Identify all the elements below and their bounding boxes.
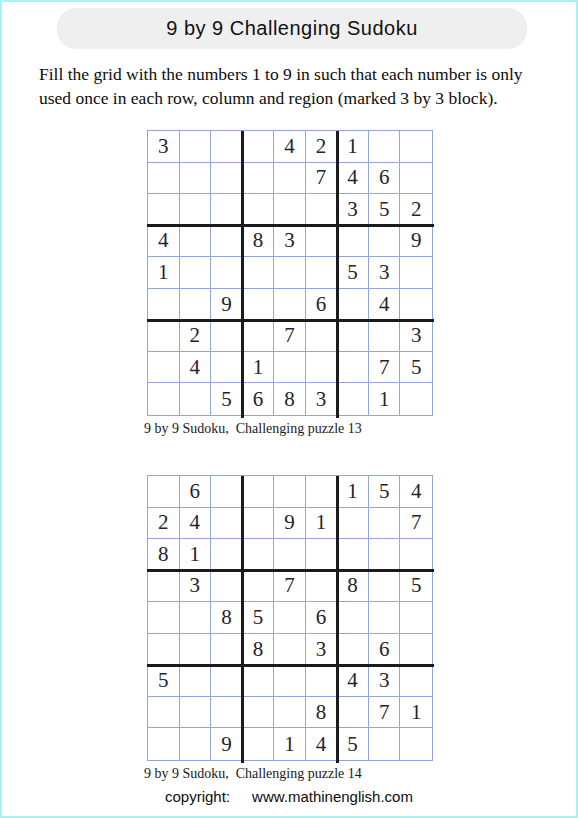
sudoku-cell-r3c6[interactable]: [306, 539, 338, 571]
sudoku-cell-r1c7: 1: [337, 131, 369, 163]
sudoku-cell-r7c1[interactable]: [148, 320, 180, 352]
sudoku-cell-r8c7[interactable]: [337, 697, 369, 729]
sudoku-cell-r8c9: 5: [400, 352, 432, 384]
sudoku-cell-r4c4: 8: [243, 226, 275, 258]
sudoku-cell-r3c8: 5: [369, 194, 401, 226]
box-divider-vertical-2: [336, 476, 340, 763]
sudoku-cell-r8c1[interactable]: [148, 697, 180, 729]
sudoku-cell-r4c5: 7: [274, 571, 306, 603]
sudoku-cell-r9c8[interactable]: [369, 728, 401, 760]
sudoku-cell-r6c2[interactable]: [180, 289, 212, 321]
sudoku-cell-r2c1[interactable]: [148, 163, 180, 195]
box-divider-horizontal-2: [147, 664, 434, 668]
sudoku-cell-r4c6[interactable]: [306, 226, 338, 258]
sudoku-cell-r8c4[interactable]: [243, 697, 275, 729]
sudoku-cell-r4c2[interactable]: [180, 226, 212, 258]
sudoku-cell-r1c1[interactable]: [148, 476, 180, 508]
sudoku-cell-r3c1: 8: [148, 539, 180, 571]
copyright-label: copyright:: [165, 788, 230, 805]
box-divider-horizontal-2: [147, 319, 434, 323]
sudoku-cell-r3c4[interactable]: [243, 194, 275, 226]
box-divider-vertical-1: [241, 131, 245, 418]
sudoku-cell-r1c5[interactable]: [274, 476, 306, 508]
sudoku-cell-r1c3[interactable]: [211, 476, 243, 508]
sudoku-cell-r5c8[interactable]: [369, 602, 401, 634]
sudoku-cell-r8c1[interactable]: [148, 352, 180, 384]
sudoku-cell-r8c9: 1: [400, 697, 432, 729]
sudoku-cell-r6c6: 3: [306, 634, 338, 666]
sudoku-cell-r2c9[interactable]: [400, 163, 432, 195]
sudoku-cell-r5c6[interactable]: [306, 257, 338, 289]
sudoku-cell-r5c4: 5: [243, 602, 275, 634]
sudoku-cell-r5c1[interactable]: [148, 602, 180, 634]
sudoku-cell-r2c4[interactable]: [243, 163, 275, 195]
puzzle-13: 34217463524839153964273417556831 9 by 9 …: [147, 130, 433, 416]
instructions-line2: used once in each row, column and region…: [39, 87, 563, 111]
sudoku-cell-r6c6: 6: [306, 289, 338, 321]
sudoku-cell-r7c7[interactable]: [337, 320, 369, 352]
sudoku-cell-r5c1: 1: [148, 257, 180, 289]
sudoku-cell-r1c1: 3: [148, 131, 180, 163]
sudoku-cell-r3c1[interactable]: [148, 194, 180, 226]
box-divider-horizontal-1: [147, 569, 434, 573]
sudoku-cell-r4c6[interactable]: [306, 571, 338, 603]
sudoku-cell-r4c3[interactable]: [211, 571, 243, 603]
sudoku-cell-r1c4[interactable]: [243, 131, 275, 163]
sudoku-cell-r6c7[interactable]: [337, 634, 369, 666]
sudoku-cell-r2c1: 2: [148, 508, 180, 540]
sudoku-cell-r8c8: 7: [369, 697, 401, 729]
sudoku-cell-r8c7[interactable]: [337, 352, 369, 384]
sudoku-cell-r6c3: 9: [211, 289, 243, 321]
sudoku-cell-r7c2: 2: [180, 320, 212, 352]
sudoku-cell-r6c4[interactable]: [243, 289, 275, 321]
sudoku-cell-r6c2[interactable]: [180, 634, 212, 666]
sudoku-cell-r1c8[interactable]: [369, 131, 401, 163]
sudoku-cell-r7c6[interactable]: [306, 320, 338, 352]
page-title-text: 9 by 9 Challenging Sudoku: [166, 17, 418, 40]
sudoku-cell-r3c4[interactable]: [243, 539, 275, 571]
sudoku-cell-r2c7[interactable]: [337, 508, 369, 540]
sudoku-cell-r3c7[interactable]: [337, 539, 369, 571]
sudoku-cell-r9c9[interactable]: [400, 728, 432, 760]
sudoku-cell-r9c2[interactable]: [180, 383, 212, 415]
sudoku-cell-r9c3: 5: [211, 383, 243, 415]
sudoku-cell-r9c4[interactable]: [243, 728, 275, 760]
sudoku-cell-r7c9: 3: [400, 320, 432, 352]
sudoku-cell-r5c2[interactable]: [180, 257, 212, 289]
footer: copyright:www.mathinenglish.com: [2, 788, 576, 805]
sudoku-cell-r3c3[interactable]: [211, 539, 243, 571]
sudoku-cell-r3c2[interactable]: [180, 194, 212, 226]
sudoku-cell-r4c9: 5: [400, 571, 432, 603]
sudoku-cell-r8c3[interactable]: [211, 352, 243, 384]
sudoku-cell-r6c5[interactable]: [274, 634, 306, 666]
sudoku-cell-r8c3[interactable]: [211, 697, 243, 729]
sudoku-cell-r2c3[interactable]: [211, 163, 243, 195]
sudoku-cell-r3c3[interactable]: [211, 194, 243, 226]
sudoku-cell-r4c7: 8: [337, 571, 369, 603]
sudoku-cell-r3c6[interactable]: [306, 194, 338, 226]
sudoku-cell-r9c4: 6: [243, 383, 275, 415]
sudoku-cell-r1c5: 4: [274, 131, 306, 163]
sudoku-cell-r2c2: 4: [180, 508, 212, 540]
sudoku-cell-r5c4[interactable]: [243, 257, 275, 289]
puzzle-13-caption: 9 by 9 Sudoku, Challenging puzzle 13: [144, 421, 362, 437]
sudoku-cell-r2c6: 1: [306, 508, 338, 540]
sudoku-cell-r5c5[interactable]: [274, 602, 306, 634]
sudoku-cell-r2c8[interactable]: [369, 508, 401, 540]
sudoku-cell-r6c9[interactable]: [400, 634, 432, 666]
sudoku-cell-r4c8[interactable]: [369, 571, 401, 603]
sudoku-cell-r5c6: 6: [306, 602, 338, 634]
sudoku-cell-r6c9[interactable]: [400, 289, 432, 321]
sudoku-cell-r3c9: 2: [400, 194, 432, 226]
sudoku-cell-r5c8: 3: [369, 257, 401, 289]
sudoku-cell-r4c5: 3: [274, 226, 306, 258]
sudoku-cell-r9c1[interactable]: [148, 383, 180, 415]
sudoku-cell-r9c3: 9: [211, 728, 243, 760]
sudoku-cell-r7c4[interactable]: [243, 320, 275, 352]
sudoku-cell-r3c2: 1: [180, 539, 212, 571]
sudoku-cell-r6c5[interactable]: [274, 289, 306, 321]
sudoku-cell-r5c7: 5: [337, 257, 369, 289]
box-divider-horizontal-1: [147, 224, 434, 228]
sudoku-cell-r4c7[interactable]: [337, 226, 369, 258]
sudoku-cell-r7c6[interactable]: [306, 665, 338, 697]
sudoku-grid-puzzle-14: 6154249178137858568365438719145: [147, 475, 433, 761]
sudoku-cell-r9c6: 4: [306, 728, 338, 760]
sudoku-cell-r1c4[interactable]: [243, 476, 275, 508]
sudoku-cell-r9c5: 1: [274, 728, 306, 760]
sudoku-cell-r2c2[interactable]: [180, 163, 212, 195]
sudoku-cell-r1c8: 5: [369, 476, 401, 508]
sudoku-cell-r7c8: 3: [369, 665, 401, 697]
sudoku-cell-r2c6: 7: [306, 163, 338, 195]
instructions-line1: Fill the grid with the numbers 1 to 9 in…: [39, 63, 563, 87]
sudoku-cell-r8c4: 1: [243, 352, 275, 384]
sudoku-cell-r9c5: 8: [274, 383, 306, 415]
sudoku-cell-r4c4[interactable]: [243, 571, 275, 603]
sudoku-cell-r2c9: 7: [400, 508, 432, 540]
sudoku-cell-r7c1: 5: [148, 665, 180, 697]
puzzle-14: 6154249178137858568365438719145 9 by 9 S…: [147, 475, 433, 761]
sudoku-cell-r8c6: 8: [306, 697, 338, 729]
sudoku-cell-r5c2[interactable]: [180, 602, 212, 634]
sudoku-cell-r8c6[interactable]: [306, 352, 338, 384]
sudoku-cell-r2c8: 6: [369, 163, 401, 195]
sudoku-cell-r9c6: 3: [306, 383, 338, 415]
sudoku-cell-r9c1[interactable]: [148, 728, 180, 760]
sudoku-cell-r3c8[interactable]: [369, 539, 401, 571]
sudoku-cell-r1c3[interactable]: [211, 131, 243, 163]
sudoku-cell-r1c7: 1: [337, 476, 369, 508]
sudoku-cell-r7c9[interactable]: [400, 665, 432, 697]
sudoku-cell-r9c8: 1: [369, 383, 401, 415]
sudoku-cell-r7c8[interactable]: [369, 320, 401, 352]
sudoku-cell-r5c7[interactable]: [337, 602, 369, 634]
sudoku-cell-r7c7: 4: [337, 665, 369, 697]
sudoku-cell-r8c5[interactable]: [274, 352, 306, 384]
sudoku-cell-r2c4[interactable]: [243, 508, 275, 540]
sudoku-cell-r7c3[interactable]: [211, 665, 243, 697]
sudoku-cell-r7c4[interactable]: [243, 665, 275, 697]
sudoku-cell-r2c7: 4: [337, 163, 369, 195]
sudoku-cell-r8c2[interactable]: [180, 697, 212, 729]
sudoku-cell-r3c5[interactable]: [274, 194, 306, 226]
sudoku-cell-r6c7[interactable]: [337, 289, 369, 321]
sudoku-cell-r1c6[interactable]: [306, 476, 338, 508]
sudoku-cell-r3c7: 3: [337, 194, 369, 226]
sudoku-cell-r7c5: 7: [274, 320, 306, 352]
sudoku-cell-r5c9[interactable]: [400, 602, 432, 634]
sudoku-cell-r4c1: 4: [148, 226, 180, 258]
sudoku-cell-r9c7: 5: [337, 728, 369, 760]
puzzle-14-caption: 9 by 9 Sudoku, Challenging puzzle 14: [144, 766, 362, 782]
sudoku-cell-r5c9[interactable]: [400, 257, 432, 289]
sudoku-cell-r1c9[interactable]: [400, 131, 432, 163]
sudoku-cell-r6c1[interactable]: [148, 634, 180, 666]
instructions: Fill the grid with the numbers 1 to 9 in…: [39, 63, 563, 110]
sudoku-cell-r7c3[interactable]: [211, 320, 243, 352]
sudoku-cell-r3c9[interactable]: [400, 539, 432, 571]
sudoku-cell-r7c5[interactable]: [274, 665, 306, 697]
sudoku-cell-r6c4: 8: [243, 634, 275, 666]
box-divider-vertical-2: [336, 131, 340, 418]
sudoku-cell-r8c2: 4: [180, 352, 212, 384]
sudoku-cell-r1c2: 6: [180, 476, 212, 508]
sudoku-cell-r9c2[interactable]: [180, 728, 212, 760]
sudoku-cell-r1c9: 4: [400, 476, 432, 508]
sudoku-cell-r8c5[interactable]: [274, 697, 306, 729]
sudoku-cell-r6c8: 6: [369, 634, 401, 666]
sudoku-cell-r9c7[interactable]: [337, 383, 369, 415]
worksheet-page: 9 by 9 Challenging Sudoku Fill the grid …: [0, 0, 578, 818]
sudoku-grid-puzzle-13: 34217463524839153964273417556831: [147, 130, 433, 416]
sudoku-cell-r2c5[interactable]: [274, 163, 306, 195]
sudoku-cell-r5c3: 8: [211, 602, 243, 634]
sudoku-cell-r7c2[interactable]: [180, 665, 212, 697]
sudoku-cell-r2c3[interactable]: [211, 508, 243, 540]
sudoku-cell-r6c3[interactable]: [211, 634, 243, 666]
sudoku-cell-r3c5[interactable]: [274, 539, 306, 571]
sudoku-cell-r4c3[interactable]: [211, 226, 243, 258]
sudoku-cell-r1c6: 2: [306, 131, 338, 163]
website-url: www.mathinenglish.com: [252, 788, 413, 805]
sudoku-cell-r5c5[interactable]: [274, 257, 306, 289]
sudoku-cell-r4c1[interactable]: [148, 571, 180, 603]
sudoku-cell-r9c9[interactable]: [400, 383, 432, 415]
sudoku-cell-r2c5: 9: [274, 508, 306, 540]
sudoku-cell-r6c8: 4: [369, 289, 401, 321]
sudoku-cell-r1c2[interactable]: [180, 131, 212, 163]
sudoku-cell-r4c9: 9: [400, 226, 432, 258]
sudoku-cell-r5c3[interactable]: [211, 257, 243, 289]
sudoku-cell-r4c2: 3: [180, 571, 212, 603]
sudoku-cell-r6c1[interactable]: [148, 289, 180, 321]
box-divider-vertical-1: [241, 476, 245, 763]
sudoku-cell-r4c8[interactable]: [369, 226, 401, 258]
sudoku-cell-r8c8: 7: [369, 352, 401, 384]
page-title: 9 by 9 Challenging Sudoku: [57, 8, 527, 49]
